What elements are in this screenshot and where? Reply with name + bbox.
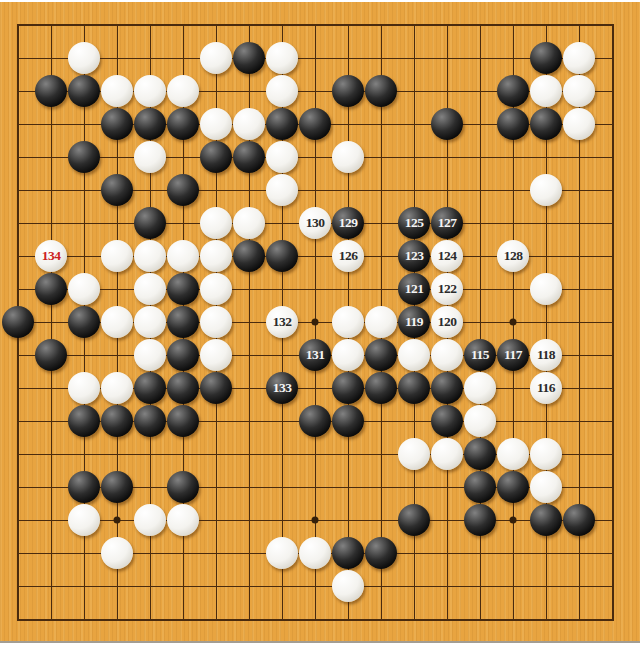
black-stone bbox=[200, 141, 232, 173]
move-118-stone: 118 bbox=[530, 339, 562, 371]
white-stone bbox=[200, 207, 232, 239]
black-stone bbox=[68, 141, 100, 173]
move-115-stone: 115 bbox=[464, 339, 496, 371]
board-bottom-shadow bbox=[0, 641, 640, 643]
black-stone bbox=[101, 405, 133, 437]
white-stone bbox=[101, 372, 133, 404]
black-stone bbox=[332, 75, 364, 107]
black-stone bbox=[35, 339, 67, 371]
black-stone bbox=[365, 372, 397, 404]
black-stone bbox=[497, 471, 529, 503]
black-stone bbox=[365, 339, 397, 371]
black-stone bbox=[167, 108, 199, 140]
move-127-stone: 127 bbox=[431, 207, 463, 239]
black-stone bbox=[365, 537, 397, 569]
white-stone bbox=[134, 141, 166, 173]
black-stone bbox=[497, 108, 529, 140]
white-stone bbox=[398, 339, 430, 371]
black-stone bbox=[35, 273, 67, 305]
white-stone bbox=[530, 471, 562, 503]
white-stone bbox=[200, 240, 232, 272]
black-stone bbox=[233, 141, 265, 173]
white-stone bbox=[68, 372, 100, 404]
black-stone bbox=[266, 240, 298, 272]
black-stone bbox=[464, 471, 496, 503]
white-stone bbox=[101, 240, 133, 272]
move-122-stone: 122 bbox=[431, 273, 463, 305]
go-diagram-screenshot: 1301291251271341261231241281211221321191… bbox=[0, 0, 640, 648]
move-126-stone: 126 bbox=[332, 240, 364, 272]
white-stone bbox=[266, 141, 298, 173]
white-stone bbox=[233, 207, 265, 239]
move-125-stone: 125 bbox=[398, 207, 430, 239]
black-stone bbox=[464, 438, 496, 470]
white-stone bbox=[464, 372, 496, 404]
black-stone bbox=[332, 537, 364, 569]
white-stone bbox=[101, 306, 133, 338]
black-stone bbox=[398, 504, 430, 536]
white-stone bbox=[365, 306, 397, 338]
move-132-stone: 132 bbox=[266, 306, 298, 338]
black-stone bbox=[167, 273, 199, 305]
black-stone bbox=[233, 240, 265, 272]
black-stone bbox=[398, 372, 430, 404]
black-stone bbox=[299, 405, 331, 437]
white-stone bbox=[266, 537, 298, 569]
move-133-stone: 133 bbox=[266, 372, 298, 404]
black-stone bbox=[134, 405, 166, 437]
black-stone bbox=[101, 174, 133, 206]
black-stone bbox=[68, 471, 100, 503]
black-stone bbox=[134, 372, 166, 404]
white-stone bbox=[134, 240, 166, 272]
white-stone bbox=[530, 174, 562, 206]
hoshi-point bbox=[312, 319, 319, 326]
black-stone bbox=[167, 405, 199, 437]
black-stone bbox=[530, 42, 562, 74]
white-stone bbox=[497, 438, 529, 470]
black-stone bbox=[167, 339, 199, 371]
white-stone bbox=[266, 174, 298, 206]
black-stone bbox=[134, 207, 166, 239]
white-stone bbox=[398, 438, 430, 470]
white-stone bbox=[266, 42, 298, 74]
white-stone bbox=[299, 537, 331, 569]
black-stone bbox=[68, 75, 100, 107]
move-116-stone: 116 bbox=[530, 372, 562, 404]
go-board[interactable]: 1301291251271341261231241281211221321191… bbox=[0, 2, 640, 641]
hoshi-point bbox=[510, 517, 517, 524]
white-stone bbox=[431, 438, 463, 470]
white-stone bbox=[431, 339, 463, 371]
white-stone bbox=[200, 273, 232, 305]
black-stone bbox=[167, 306, 199, 338]
white-stone bbox=[134, 339, 166, 371]
white-stone bbox=[332, 141, 364, 173]
black-stone bbox=[266, 108, 298, 140]
black-stone bbox=[233, 42, 265, 74]
move-121-stone: 121 bbox=[398, 273, 430, 305]
white-stone bbox=[68, 42, 100, 74]
white-stone bbox=[464, 405, 496, 437]
white-stone bbox=[134, 504, 166, 536]
white-stone bbox=[332, 306, 364, 338]
black-stone bbox=[431, 372, 463, 404]
white-stone bbox=[200, 339, 232, 371]
move-123-stone: 123 bbox=[398, 240, 430, 272]
black-stone bbox=[2, 306, 34, 338]
white-stone bbox=[101, 537, 133, 569]
black-stone bbox=[68, 306, 100, 338]
white-stone bbox=[200, 42, 232, 74]
black-stone bbox=[167, 174, 199, 206]
white-stone bbox=[332, 570, 364, 602]
white-stone bbox=[563, 42, 595, 74]
white-stone bbox=[200, 306, 232, 338]
white-stone bbox=[266, 75, 298, 107]
black-stone bbox=[530, 108, 562, 140]
white-stone bbox=[167, 75, 199, 107]
move-131-stone: 131 bbox=[299, 339, 331, 371]
move-134-stone: 134 bbox=[35, 240, 67, 272]
black-stone bbox=[167, 471, 199, 503]
white-stone bbox=[167, 504, 199, 536]
hoshi-point bbox=[510, 319, 517, 326]
white-stone bbox=[530, 75, 562, 107]
black-stone bbox=[101, 471, 133, 503]
black-stone bbox=[365, 75, 397, 107]
white-stone bbox=[134, 75, 166, 107]
black-stone bbox=[332, 405, 364, 437]
move-124-stone: 124 bbox=[431, 240, 463, 272]
black-stone bbox=[332, 372, 364, 404]
white-stone bbox=[134, 306, 166, 338]
black-stone bbox=[431, 108, 463, 140]
move-130-stone: 130 bbox=[299, 207, 331, 239]
move-128-stone: 128 bbox=[497, 240, 529, 272]
black-stone bbox=[200, 372, 232, 404]
black-stone bbox=[68, 405, 100, 437]
white-stone bbox=[563, 108, 595, 140]
white-stone bbox=[68, 273, 100, 305]
black-stone bbox=[167, 372, 199, 404]
white-stone bbox=[167, 240, 199, 272]
move-129-stone: 129 bbox=[332, 207, 364, 239]
move-120-stone: 120 bbox=[431, 306, 463, 338]
white-stone bbox=[530, 438, 562, 470]
move-117-stone: 117 bbox=[497, 339, 529, 371]
white-stone bbox=[134, 273, 166, 305]
black-stone bbox=[299, 108, 331, 140]
black-stone bbox=[134, 108, 166, 140]
white-stone bbox=[200, 108, 232, 140]
white-stone bbox=[233, 108, 265, 140]
move-119-stone: 119 bbox=[398, 306, 430, 338]
white-stone bbox=[332, 339, 364, 371]
black-stone bbox=[497, 75, 529, 107]
black-stone bbox=[464, 504, 496, 536]
black-stone bbox=[35, 75, 67, 107]
white-stone bbox=[563, 75, 595, 107]
black-stone bbox=[563, 504, 595, 536]
white-stone bbox=[68, 504, 100, 536]
white-stone bbox=[101, 75, 133, 107]
black-stone bbox=[431, 405, 463, 437]
hoshi-point bbox=[114, 517, 121, 524]
black-stone bbox=[101, 108, 133, 140]
hoshi-point bbox=[312, 517, 319, 524]
white-stone bbox=[530, 273, 562, 305]
black-stone bbox=[530, 504, 562, 536]
